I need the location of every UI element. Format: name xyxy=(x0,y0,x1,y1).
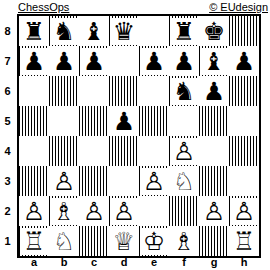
square-b2: ♗ xyxy=(49,196,79,226)
black-king-g8: ♚ xyxy=(202,18,227,45)
square-e7: ♟ xyxy=(139,46,169,76)
white-rook-h1: ♖ xyxy=(232,228,257,255)
square-g5 xyxy=(199,106,229,136)
black-pawn-d5: ♟ xyxy=(112,108,137,135)
square-a8: ♜ xyxy=(19,16,49,46)
file-label-g: g xyxy=(199,256,229,268)
rank-label-3: 3 xyxy=(1,166,14,196)
square-c1 xyxy=(79,226,109,256)
square-c2: ♙ xyxy=(79,196,109,226)
black-bishop-c8: ♝ xyxy=(82,18,107,45)
black-knight-b8: ♞ xyxy=(52,18,77,45)
square-c6 xyxy=(79,76,109,106)
white-king-e1: ♔ xyxy=(142,228,167,255)
square-e5 xyxy=(139,106,169,136)
white-pawn-g2: ♙ xyxy=(202,198,227,225)
square-g8: ♚ xyxy=(199,16,229,46)
square-b8: ♞ xyxy=(49,16,79,46)
file-label-b: b xyxy=(49,256,79,268)
square-e2 xyxy=(139,196,169,226)
square-b5 xyxy=(49,106,79,136)
white-pawn-h2: ♙ xyxy=(232,198,257,225)
square-h1: ♖ xyxy=(229,226,259,256)
square-h7: ♟ xyxy=(229,46,259,76)
black-pawn-c7: ♟ xyxy=(82,48,107,75)
square-b7: ♟ xyxy=(49,46,79,76)
square-f7: ♟ xyxy=(169,46,199,76)
white-pawn-b3: ♙ xyxy=(52,168,77,195)
square-f3: ♘ xyxy=(169,166,199,196)
rank-label-8: 8 xyxy=(1,16,14,46)
square-c7: ♟ xyxy=(79,46,109,76)
white-queen-d1: ♕ xyxy=(112,228,137,255)
white-bishop-f1: ♗ xyxy=(172,228,197,255)
square-d2: ♙ xyxy=(109,196,139,226)
square-d6 xyxy=(109,76,139,106)
square-b1: ♘ xyxy=(49,226,79,256)
square-c4 xyxy=(79,136,109,166)
square-d3 xyxy=(109,166,139,196)
square-a6 xyxy=(19,76,49,106)
white-pawn-e3: ♙ xyxy=(142,168,167,195)
square-e8 xyxy=(139,16,169,46)
copyright-text: © EUdesign xyxy=(209,1,268,13)
black-pawn-h7: ♟ xyxy=(232,48,257,75)
square-f4: ♙ xyxy=(169,136,199,166)
square-a4 xyxy=(19,136,49,166)
square-h8 xyxy=(229,16,259,46)
white-bishop-b2: ♗ xyxy=(52,198,77,225)
file-labels: abcdefgh xyxy=(19,256,259,268)
black-pawn-b7: ♟ xyxy=(52,48,77,75)
square-d8: ♛ xyxy=(109,16,139,46)
rank-label-6: 6 xyxy=(1,76,14,106)
square-e1: ♔ xyxy=(139,226,169,256)
file-label-d: d xyxy=(109,256,139,268)
rank-label-2: 2 xyxy=(1,196,14,226)
black-pawn-e7: ♟ xyxy=(142,48,167,75)
square-h5 xyxy=(229,106,259,136)
file-label-f: f xyxy=(169,256,199,268)
black-rook-f8: ♜ xyxy=(172,18,197,45)
square-d1: ♕ xyxy=(109,226,139,256)
black-pawn-a7: ♟ xyxy=(22,48,47,75)
square-g4 xyxy=(199,136,229,166)
file-label-c: c xyxy=(79,256,109,268)
white-pawn-c2: ♙ xyxy=(82,198,107,225)
square-g1 xyxy=(199,226,229,256)
square-b6 xyxy=(49,76,79,106)
rank-label-1: 1 xyxy=(1,226,14,256)
white-pawn-d2: ♙ xyxy=(112,198,137,225)
black-bishop-g7: ♝ xyxy=(202,48,227,75)
square-d5: ♟ xyxy=(109,106,139,136)
square-f1: ♗ xyxy=(169,226,199,256)
square-b4 xyxy=(49,136,79,166)
white-pawn-f4: ♙ xyxy=(172,138,197,165)
square-h6 xyxy=(229,76,259,106)
square-g3 xyxy=(199,166,229,196)
square-e6 xyxy=(139,76,169,106)
white-pawn-a2: ♙ xyxy=(22,198,47,225)
file-label-h: h xyxy=(229,256,259,268)
black-queen-d8: ♛ xyxy=(112,18,137,45)
square-b3: ♙ xyxy=(49,166,79,196)
square-g6: ♟ xyxy=(199,76,229,106)
square-a5 xyxy=(19,106,49,136)
file-label-e: e xyxy=(139,256,169,268)
chessops-window: ChessOps © EUdesign 87654321 ♜♞♝♛♜♚♟♟♟♟♟… xyxy=(0,0,270,270)
square-a1: ♖ xyxy=(19,226,49,256)
square-h2: ♙ xyxy=(229,196,259,226)
white-rook-a1: ♖ xyxy=(22,228,47,255)
rank-label-5: 5 xyxy=(1,106,14,136)
square-e3: ♙ xyxy=(139,166,169,196)
square-h4 xyxy=(229,136,259,166)
square-c8: ♝ xyxy=(79,16,109,46)
square-d4 xyxy=(109,136,139,166)
rank-labels: 87654321 xyxy=(1,16,14,256)
square-d7 xyxy=(109,46,139,76)
square-e4 xyxy=(139,136,169,166)
app-title: ChessOps xyxy=(18,1,69,13)
white-knight-b1: ♘ xyxy=(52,228,77,255)
square-c3 xyxy=(79,166,109,196)
white-knight-f3: ♘ xyxy=(172,168,197,195)
black-pawn-f7: ♟ xyxy=(172,48,197,75)
rank-label-4: 4 xyxy=(1,136,14,166)
square-a3 xyxy=(19,166,49,196)
square-f5 xyxy=(169,106,199,136)
rank-label-7: 7 xyxy=(1,46,14,76)
black-rook-a8: ♜ xyxy=(22,18,47,45)
file-label-a: a xyxy=(19,256,49,268)
square-g2: ♙ xyxy=(199,196,229,226)
square-h3 xyxy=(229,166,259,196)
square-f2 xyxy=(169,196,199,226)
square-a2: ♙ xyxy=(19,196,49,226)
square-c5 xyxy=(79,106,109,136)
square-f8: ♜ xyxy=(169,16,199,46)
black-knight-f6: ♞ xyxy=(172,78,197,105)
chess-board: ♜♞♝♛♜♚♟♟♟♟♟♝♟♞♟♟♙♙♙♘♙♗♙♙♙♙♖♘♕♔♗♖ xyxy=(17,14,261,258)
square-f6: ♞ xyxy=(169,76,199,106)
square-g7: ♝ xyxy=(199,46,229,76)
square-a7: ♟ xyxy=(19,46,49,76)
black-pawn-g6: ♟ xyxy=(202,78,227,105)
